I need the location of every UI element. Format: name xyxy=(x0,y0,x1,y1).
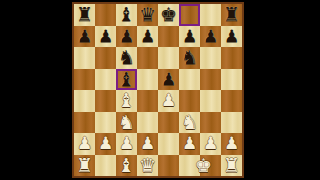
white-pawn-b2: ♟ xyxy=(95,133,116,155)
square-d2[interactable]: ♟ xyxy=(137,133,158,155)
square-f6[interactable]: ♞ xyxy=(179,47,200,69)
white-pawn-a2: ♟ xyxy=(74,133,95,155)
square-a1[interactable]: ♜ xyxy=(74,155,95,177)
square-e4[interactable]: ♟ xyxy=(158,90,179,112)
black-rook-a8: ♜ xyxy=(74,4,95,26)
square-g4[interactable] xyxy=(200,90,221,112)
square-g7[interactable]: ♟ xyxy=(200,26,221,48)
black-pawn-h7: ♟ xyxy=(221,26,242,48)
square-h3[interactable] xyxy=(221,112,242,134)
black-pawn-d7: ♟ xyxy=(137,26,158,48)
square-b4[interactable] xyxy=(95,90,116,112)
square-e7[interactable] xyxy=(158,26,179,48)
square-b2[interactable]: ♟ xyxy=(95,133,116,155)
square-g3[interactable] xyxy=(200,112,221,134)
square-f5[interactable] xyxy=(179,69,200,91)
black-bishop-c8: ♝ xyxy=(116,4,137,26)
square-g1[interactable]: ♚ xyxy=(200,155,221,177)
square-d7[interactable]: ♟ xyxy=(137,26,158,48)
square-c2[interactable]: ♟ xyxy=(116,133,137,155)
square-a2[interactable]: ♟ xyxy=(74,133,95,155)
square-e5[interactable]: ♟ xyxy=(158,69,179,91)
square-b8[interactable] xyxy=(95,4,116,26)
chess-board: ♜♝♛♚♜♟♟♟♟♟♟♟♞♞♝♟♝♟♞♞♟♟♟♟♟♟♟♜♝♛♚♜ xyxy=(74,4,242,176)
white-rook-h1: ♜ xyxy=(221,155,242,177)
square-e3[interactable] xyxy=(158,112,179,134)
square-h1[interactable]: ♜ xyxy=(221,155,242,177)
square-g6[interactable] xyxy=(200,47,221,69)
black-pawn-g7: ♟ xyxy=(200,26,221,48)
square-f2[interactable]: ♟ xyxy=(179,133,200,155)
white-pawn-e4: ♟ xyxy=(158,90,179,112)
square-a7[interactable]: ♟ xyxy=(74,26,95,48)
square-b6[interactable] xyxy=(95,47,116,69)
square-a8[interactable]: ♜ xyxy=(74,4,95,26)
white-bishop-c4: ♝ xyxy=(116,90,137,112)
white-pawn-c2: ♟ xyxy=(116,133,137,155)
left-letterbox xyxy=(0,0,72,180)
square-e1[interactable] xyxy=(158,155,179,177)
black-pawn-b7: ♟ xyxy=(95,26,116,48)
square-f1[interactable] xyxy=(179,155,200,177)
square-h8[interactable]: ♜ xyxy=(221,4,242,26)
square-c8[interactable]: ♝ xyxy=(116,4,137,26)
square-c1[interactable]: ♝ xyxy=(116,155,137,177)
square-e6[interactable] xyxy=(158,47,179,69)
square-f3[interactable]: ♞ xyxy=(179,112,200,134)
chess-board-frame: ♜♝♛♚♜♟♟♟♟♟♟♟♞♞♝♟♝♟♞♞♟♟♟♟♟♟♟♜♝♛♚♜ xyxy=(72,2,244,178)
black-pawn-e5: ♟ xyxy=(158,69,179,91)
square-c5[interactable]: ♝ xyxy=(116,69,137,91)
square-a4[interactable] xyxy=(74,90,95,112)
black-king-e8: ♚ xyxy=(158,4,179,26)
square-h7[interactable]: ♟ xyxy=(221,26,242,48)
square-f8[interactable] xyxy=(179,4,200,26)
white-pawn-g2: ♟ xyxy=(200,133,221,155)
black-bishop-c5: ♝ xyxy=(116,69,137,91)
square-g8[interactable] xyxy=(200,4,221,26)
square-h5[interactable] xyxy=(221,69,242,91)
square-b1[interactable] xyxy=(95,155,116,177)
black-pawn-c7: ♟ xyxy=(116,26,137,48)
white-bishop-c1: ♝ xyxy=(116,155,137,177)
square-e8[interactable]: ♚ xyxy=(158,4,179,26)
square-d1[interactable]: ♛ xyxy=(137,155,158,177)
square-a3[interactable] xyxy=(74,112,95,134)
square-b5[interactable] xyxy=(95,69,116,91)
black-knight-c6: ♞ xyxy=(116,47,137,69)
white-knight-c3: ♞ xyxy=(116,112,137,134)
black-queen-d8: ♛ xyxy=(137,4,158,26)
white-pawn-f2: ♟ xyxy=(179,133,200,155)
square-e2[interactable] xyxy=(158,133,179,155)
square-d6[interactable] xyxy=(137,47,158,69)
right-letterbox xyxy=(248,0,320,180)
square-d4[interactable] xyxy=(137,90,158,112)
square-d5[interactable] xyxy=(137,69,158,91)
black-knight-f6: ♞ xyxy=(179,47,200,69)
black-pawn-f7: ♟ xyxy=(179,26,200,48)
chess-app-window: ♜♝♛♚♜♟♟♟♟♟♟♟♞♞♝♟♝♟♞♞♟♟♟♟♟♟♟♜♝♛♚♜ xyxy=(0,0,320,180)
square-g2[interactable]: ♟ xyxy=(200,133,221,155)
square-f4[interactable] xyxy=(179,90,200,112)
square-a5[interactable] xyxy=(74,69,95,91)
white-queen-d1: ♛ xyxy=(137,155,158,177)
white-knight-f3: ♞ xyxy=(179,112,200,134)
square-c3[interactable]: ♞ xyxy=(116,112,137,134)
square-c6[interactable]: ♞ xyxy=(116,47,137,69)
square-h6[interactable] xyxy=(221,47,242,69)
square-b3[interactable] xyxy=(95,112,116,134)
white-pawn-d2: ♟ xyxy=(137,133,158,155)
square-b7[interactable]: ♟ xyxy=(95,26,116,48)
square-g5[interactable] xyxy=(200,69,221,91)
square-d8[interactable]: ♛ xyxy=(137,4,158,26)
square-h4[interactable] xyxy=(221,90,242,112)
square-d3[interactable] xyxy=(137,112,158,134)
square-h2[interactable]: ♟ xyxy=(221,133,242,155)
square-a6[interactable] xyxy=(74,47,95,69)
white-pawn-h2: ♟ xyxy=(221,133,242,155)
black-pawn-a7: ♟ xyxy=(74,26,95,48)
square-c4[interactable]: ♝ xyxy=(116,90,137,112)
square-c7[interactable]: ♟ xyxy=(116,26,137,48)
square-f7[interactable]: ♟ xyxy=(179,26,200,48)
white-rook-a1: ♜ xyxy=(74,155,95,177)
black-rook-h8: ♜ xyxy=(221,4,242,26)
